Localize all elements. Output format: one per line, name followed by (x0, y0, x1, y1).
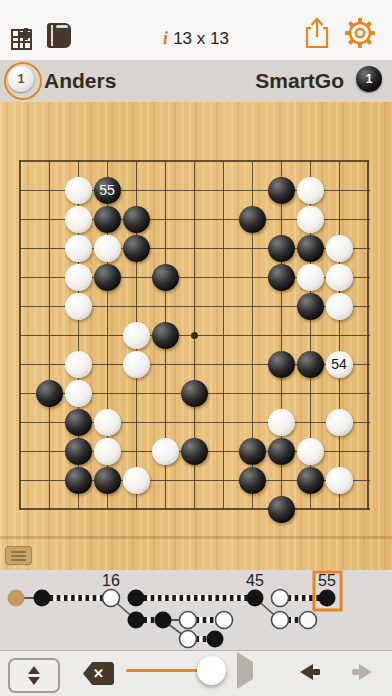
go-stone-black (152, 322, 179, 349)
go-board[interactable]: 5554 (0, 102, 392, 570)
go-stone-white (94, 409, 121, 436)
svg-text:16: 16 (102, 572, 120, 589)
go-stone-white (326, 293, 353, 320)
go-stone-black (268, 438, 295, 465)
share-icon (303, 16, 331, 50)
info-icon: i (163, 28, 168, 48)
go-stone-white (326, 467, 353, 494)
go-stone-white (94, 438, 121, 465)
go-stone-black (239, 438, 266, 465)
game-tree-panel[interactable]: 164555 (0, 570, 392, 650)
go-stone-black (297, 293, 324, 320)
top-toolbar: i13 x 13 (0, 0, 392, 60)
go-stone-black (268, 235, 295, 262)
go-stone-black (94, 264, 121, 291)
up-triangle-icon (28, 666, 40, 674)
go-stone-white (326, 409, 353, 436)
share-button[interactable] (303, 16, 333, 48)
go-stone-white (123, 322, 150, 349)
go-stone-black (268, 351, 295, 378)
go-stone-black (268, 496, 295, 523)
go-stone-white (65, 380, 92, 407)
go-stone-black (239, 206, 266, 233)
gear-icon (343, 16, 377, 50)
go-stone-white (268, 409, 295, 436)
settings-button[interactable] (343, 16, 373, 48)
backspace-icon: ✕ (83, 662, 114, 685)
go-stone-black (94, 467, 121, 494)
black-player-name: SmartGo (255, 69, 344, 93)
go-stone-white (65, 293, 92, 320)
go-stone-black (65, 409, 92, 436)
go-stone-black (268, 264, 295, 291)
go-stone-white (297, 177, 324, 204)
play-icon (237, 652, 253, 689)
go-stone-black: 55 (94, 177, 121, 204)
go-stone-white (326, 264, 353, 291)
white-player-name: Anders (44, 69, 116, 93)
svg-text:45: 45 (246, 572, 264, 589)
play-button[interactable] (237, 662, 253, 680)
go-stone-white (94, 235, 121, 262)
go-stone-black (268, 177, 295, 204)
go-stone-black (297, 235, 324, 262)
go-stone-black (123, 235, 150, 262)
white-player-stone-captures: 1 (8, 66, 34, 92)
go-stone-black (94, 206, 121, 233)
black-player-stone-captures: 1 (356, 66, 382, 92)
go-stone-black (36, 380, 63, 407)
delete-move-button[interactable]: ✕ (83, 662, 114, 685)
go-stone-white (297, 264, 324, 291)
collapse-expand-button[interactable] (8, 658, 60, 693)
go-stone-white (123, 351, 150, 378)
step-back-button[interactable] (300, 664, 322, 680)
go-stone-black (152, 264, 179, 291)
svg-text:55: 55 (318, 572, 336, 589)
go-stone-white (65, 351, 92, 378)
back-arrow-icon (300, 664, 313, 680)
go-stone-white (123, 467, 150, 494)
go-stone-white (65, 264, 92, 291)
bottom-toolbar: ✕ (0, 650, 392, 696)
down-triangle-icon (28, 677, 40, 685)
go-stone-black (297, 351, 324, 378)
go-stone-white (65, 235, 92, 262)
go-stone-white (297, 438, 324, 465)
go-stone-black (297, 467, 324, 494)
go-stone-black (181, 438, 208, 465)
board-front-edge (0, 536, 392, 539)
go-stone-black (181, 380, 208, 407)
forward-arrow-icon (359, 664, 372, 680)
go-stone-white: 54 (326, 351, 353, 378)
go-stone-black (65, 467, 92, 494)
go-stone-black (65, 438, 92, 465)
go-stone-white (65, 177, 92, 204)
go-stone-white (326, 235, 353, 262)
game-tree[interactable]: 164555 (0, 570, 392, 650)
go-stone-black (123, 206, 150, 233)
tree-drag-handle[interactable] (5, 546, 32, 565)
board-size-title[interactable]: i13 x 13 (0, 28, 392, 49)
step-forward-button[interactable] (350, 664, 372, 680)
go-stone-white (65, 206, 92, 233)
move-slider-thumb[interactable] (197, 656, 226, 685)
go-stone-white (152, 438, 179, 465)
player-bar: 1 Anders SmartGo 1 (0, 60, 392, 103)
go-stone-black (239, 467, 266, 494)
go-stone-white (297, 206, 324, 233)
